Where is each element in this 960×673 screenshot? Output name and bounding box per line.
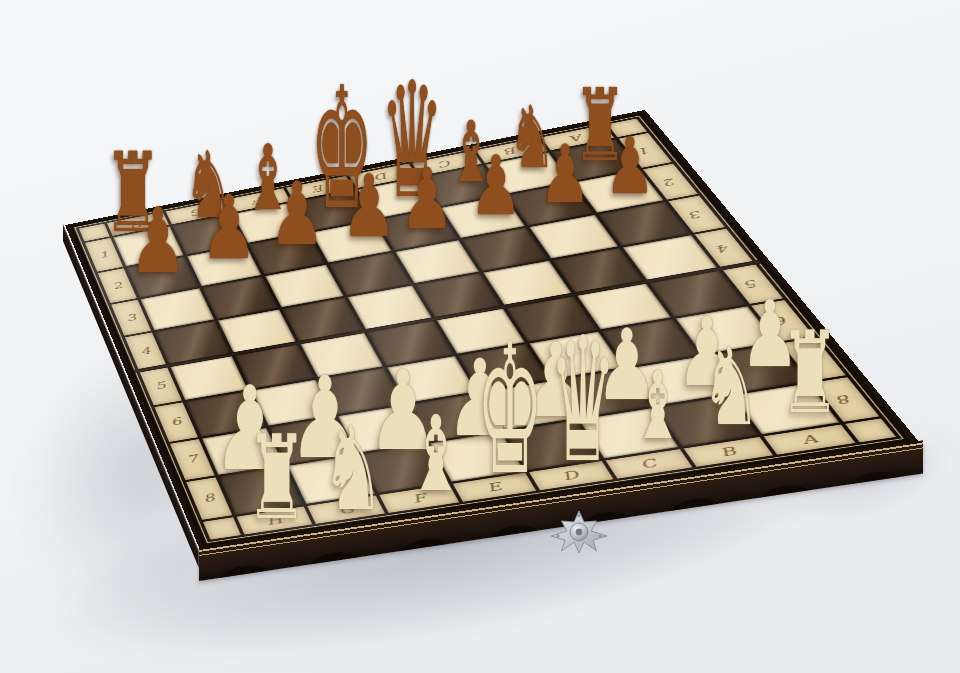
piece-light-b-c8: ♝ <box>632 359 684 453</box>
piece-dark-p-a2: ♟ <box>605 127 655 205</box>
rank-label-right-3-text: 3 <box>687 208 706 220</box>
piece-light-r-a8: ♜ <box>780 317 841 430</box>
piece-light-q-d8: ♛ <box>549 315 617 487</box>
piece-light-n-g8: ♞ <box>321 411 385 527</box>
piece-light-n-b8: ♞ <box>701 333 761 441</box>
piece-light-r-h8: ♜ <box>246 420 308 536</box>
rank-label-left-4-text: 4 <box>138 345 152 357</box>
rank-label-left-3-text: 3 <box>124 312 138 324</box>
piece-dark-p-c2: ♟ <box>470 145 523 227</box>
piece-dark-p-f2: ♟ <box>269 171 325 258</box>
rank-label-left-7-text: 7 <box>184 453 200 466</box>
piece-dark-p-d2: ♟ <box>400 157 454 241</box>
piece-dark-p-g2: ♟ <box>201 184 258 272</box>
clasp-star-icon <box>551 510 607 554</box>
rank-label-left-5-text: 5 <box>153 380 168 392</box>
piece-dark-p-b2: ♟ <box>539 135 591 215</box>
metal-clasp <box>551 510 607 554</box>
piece-dark-p-h2: ♟ <box>129 196 187 286</box>
studio-photo-scene: { "game": "chess", "scene": { "setting":… <box>0 0 960 673</box>
rank-label-left-6-text: 6 <box>168 415 183 428</box>
rank-label-right-4-text: 4 <box>714 242 734 254</box>
piece-dark-p-e2: ♟ <box>341 163 397 249</box>
piece-light-k-e8: ♚ <box>476 320 544 500</box>
rank-label-right-2-text: 2 <box>661 176 680 188</box>
rank-label-left-2-text: 2 <box>110 280 124 291</box>
border-corner-bottom-left <box>203 517 241 539</box>
piece-light-b-f8: ♝ <box>407 402 465 506</box>
